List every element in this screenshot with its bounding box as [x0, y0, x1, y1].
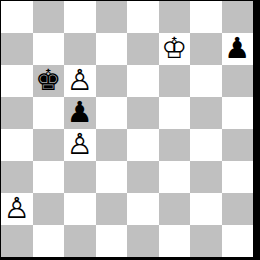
square-d1[interactable] [96, 225, 128, 257]
square-h7[interactable]: ♟ [222, 33, 254, 65]
square-b5[interactable] [33, 97, 65, 129]
square-d7[interactable] [96, 33, 128, 65]
square-a6[interactable] [1, 65, 33, 97]
square-b7[interactable] [33, 33, 65, 65]
square-b2[interactable] [33, 193, 65, 225]
square-f3[interactable] [159, 161, 191, 193]
square-e7[interactable] [127, 33, 159, 65]
square-a7[interactable] [1, 33, 33, 65]
white-pawn[interactable]: ♙ [4, 194, 30, 223]
square-e6[interactable] [127, 65, 159, 97]
square-f4[interactable] [159, 129, 191, 161]
square-h4[interactable] [222, 129, 254, 161]
square-g3[interactable] [190, 161, 222, 193]
square-e8[interactable] [127, 1, 159, 33]
square-g7[interactable] [190, 33, 222, 65]
square-e4[interactable] [127, 129, 159, 161]
square-f2[interactable] [159, 193, 191, 225]
square-g1[interactable] [190, 225, 222, 257]
square-h2[interactable] [222, 193, 254, 225]
square-c8[interactable] [64, 1, 96, 33]
square-d6[interactable] [96, 65, 128, 97]
square-f1[interactable] [159, 225, 191, 257]
square-a3[interactable] [1, 161, 33, 193]
white-pawn[interactable]: ♙ [67, 130, 93, 159]
square-g4[interactable] [190, 129, 222, 161]
square-f6[interactable] [159, 65, 191, 97]
square-a4[interactable] [1, 129, 33, 161]
square-h6[interactable] [222, 65, 254, 97]
square-g5[interactable] [190, 97, 222, 129]
square-c2[interactable] [64, 193, 96, 225]
square-c1[interactable] [64, 225, 96, 257]
square-b3[interactable] [33, 161, 65, 193]
square-g6[interactable] [190, 65, 222, 97]
square-a2[interactable]: ♙ [1, 193, 33, 225]
square-e5[interactable] [127, 97, 159, 129]
square-d2[interactable] [96, 193, 128, 225]
black-pawn[interactable]: ♟ [224, 34, 250, 63]
white-pawn[interactable]: ♙ [67, 66, 93, 95]
square-f8[interactable] [159, 1, 191, 33]
square-h8[interactable] [222, 1, 254, 33]
square-c5[interactable]: ♟ [64, 97, 96, 129]
square-c4[interactable]: ♙ [64, 129, 96, 161]
square-d5[interactable] [96, 97, 128, 129]
square-d4[interactable] [96, 129, 128, 161]
square-d3[interactable] [96, 161, 128, 193]
square-e2[interactable] [127, 193, 159, 225]
square-f5[interactable] [159, 97, 191, 129]
square-e1[interactable] [127, 225, 159, 257]
square-c6[interactable]: ♙ [64, 65, 96, 97]
square-h3[interactable] [222, 161, 254, 193]
square-b6[interactable]: ♚ [33, 65, 65, 97]
square-c7[interactable] [64, 33, 96, 65]
square-c3[interactable] [64, 161, 96, 193]
black-king[interactable]: ♚ [35, 66, 61, 95]
square-e3[interactable] [127, 161, 159, 193]
square-a8[interactable] [1, 1, 33, 33]
black-pawn[interactable]: ♟ [67, 98, 93, 127]
chess-board: ♔♟♚♙♟♙♙ [1, 1, 253, 257]
square-g2[interactable] [190, 193, 222, 225]
square-b8[interactable] [33, 1, 65, 33]
square-b1[interactable] [33, 225, 65, 257]
square-f7[interactable]: ♔ [159, 33, 191, 65]
square-a1[interactable] [1, 225, 33, 257]
square-h1[interactable] [222, 225, 254, 257]
square-b4[interactable] [33, 129, 65, 161]
chess-board-frame: ♔♟♚♙♟♙♙ [0, 0, 260, 260]
white-king[interactable]: ♔ [161, 34, 187, 63]
square-d8[interactable] [96, 1, 128, 33]
square-h5[interactable] [222, 97, 254, 129]
square-g8[interactable] [190, 1, 222, 33]
square-a5[interactable] [1, 97, 33, 129]
